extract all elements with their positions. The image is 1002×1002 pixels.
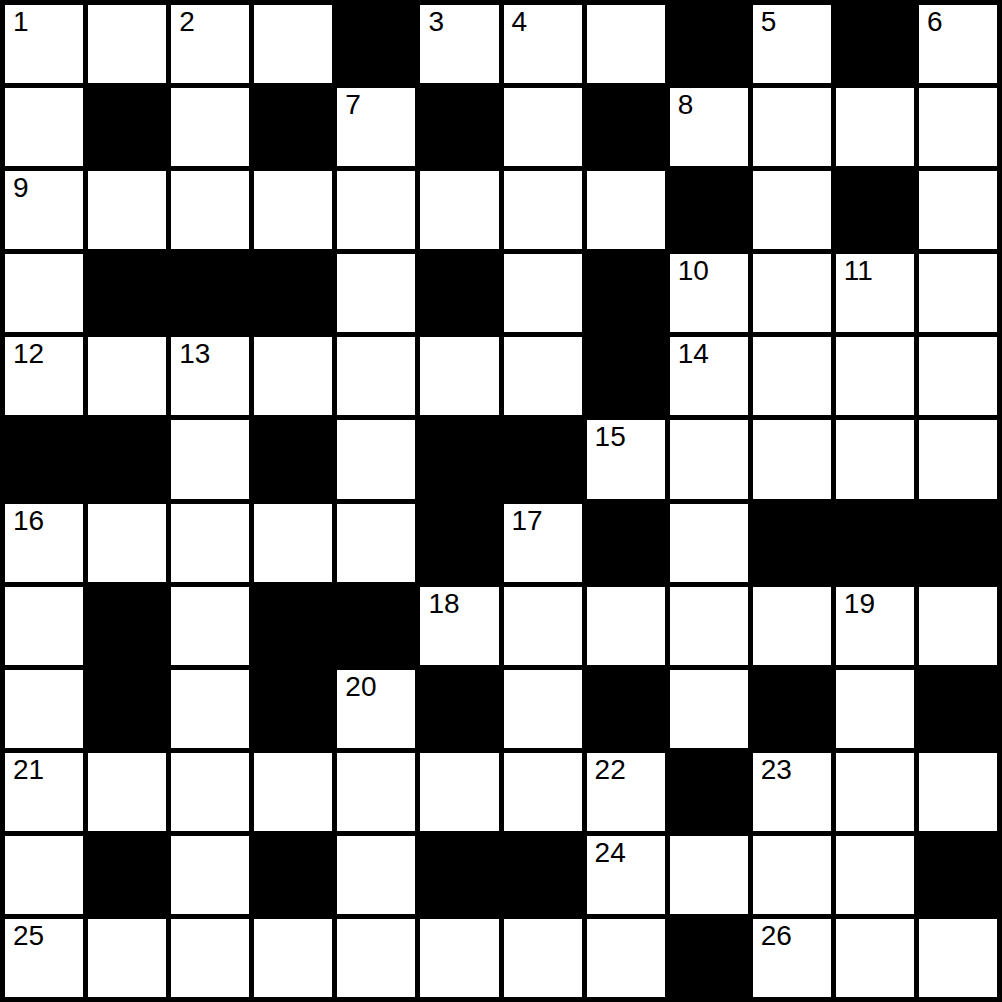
letter-cell-r5c7[interactable]: 15 (587, 420, 665, 498)
block-cell-r5c6 (504, 420, 582, 498)
letter-cell-r0c0[interactable]: 1 (5, 5, 83, 83)
letter-cell-r9c1[interactable] (88, 753, 166, 831)
letter-cell-r5c4[interactable] (337, 420, 415, 498)
letter-cell-r8c0[interactable] (5, 670, 83, 748)
letter-cell-r9c11[interactable] (919, 753, 997, 831)
letter-cell-r6c3[interactable] (254, 504, 332, 582)
letter-cell-r11c11[interactable] (919, 919, 997, 997)
letter-cell-r2c11[interactable] (919, 171, 997, 249)
block-cell-r2c10 (836, 171, 914, 249)
letter-cell-r0c1[interactable] (88, 5, 166, 83)
clue-number: 24 (595, 838, 626, 867)
letter-cell-r4c5[interactable] (420, 337, 498, 415)
block-cell-r8c1 (88, 670, 166, 748)
clue-number: 16 (13, 506, 44, 535)
clue-number: 18 (428, 589, 459, 618)
letter-cell-r0c11[interactable]: 6 (919, 5, 997, 83)
letter-cell-r2c4[interactable] (337, 171, 415, 249)
letter-cell-r7c0[interactable] (5, 587, 83, 665)
block-cell-r11c8 (670, 919, 748, 997)
letter-cell-r6c6[interactable]: 17 (504, 504, 582, 582)
clue-number: 15 (595, 422, 626, 451)
letter-cell-r0c5[interactable]: 3 (420, 5, 498, 83)
block-cell-r0c4 (337, 5, 415, 83)
clue-number: 21 (13, 755, 44, 784)
letter-cell-r4c4[interactable] (337, 337, 415, 415)
letter-cell-r4c3[interactable] (254, 337, 332, 415)
letter-cell-r9c7[interactable]: 22 (587, 753, 665, 831)
letter-cell-r10c10[interactable] (836, 836, 914, 914)
clue-number: 8 (678, 90, 694, 119)
clue-number: 25 (13, 921, 44, 950)
letter-cell-r11c5[interactable] (420, 919, 498, 997)
letter-cell-r11c6[interactable] (504, 919, 582, 997)
block-cell-r8c5 (420, 670, 498, 748)
block-cell-r10c1 (88, 836, 166, 914)
block-cell-r7c4 (337, 587, 415, 665)
clue-number: 2 (179, 7, 195, 36)
clue-number: 1 (13, 7, 29, 36)
letter-cell-r9c10[interactable] (836, 753, 914, 831)
letter-cell-r0c3[interactable] (254, 5, 332, 83)
letter-cell-r0c7[interactable] (587, 5, 665, 83)
letter-cell-r7c10[interactable]: 19 (836, 587, 914, 665)
letter-cell-r10c0[interactable] (5, 836, 83, 914)
letter-cell-r6c8[interactable] (670, 504, 748, 582)
block-cell-r1c7 (587, 88, 665, 166)
block-cell-r3c3 (254, 254, 332, 332)
block-cell-r9c8 (670, 753, 748, 831)
letter-cell-r9c5[interactable] (420, 753, 498, 831)
letter-cell-r11c3[interactable] (254, 919, 332, 997)
clue-number: 6 (927, 7, 943, 36)
clue-number: 9 (13, 173, 29, 202)
clue-number: 19 (844, 589, 875, 618)
clue-number: 3 (428, 7, 444, 36)
letter-cell-r3c10[interactable]: 11 (836, 254, 914, 332)
block-cell-r6c7 (587, 504, 665, 582)
block-cell-r3c7 (587, 254, 665, 332)
letter-cell-r8c6[interactable] (504, 670, 582, 748)
block-cell-r4c7 (587, 337, 665, 415)
letter-cell-r1c6[interactable] (504, 88, 582, 166)
letter-cell-r2c2[interactable] (171, 171, 249, 249)
letter-cell-r8c4[interactable]: 20 (337, 670, 415, 748)
letter-cell-r1c8[interactable]: 8 (670, 88, 748, 166)
block-cell-r8c9 (753, 670, 831, 748)
letter-cell-r5c2[interactable] (171, 420, 249, 498)
letter-cell-r11c10[interactable] (836, 919, 914, 997)
letter-cell-r5c11[interactable] (919, 420, 997, 498)
letter-cell-r5c10[interactable] (836, 420, 914, 498)
letter-cell-r11c0[interactable]: 25 (5, 919, 83, 997)
clue-number: 26 (761, 921, 792, 950)
clue-number: 14 (678, 339, 709, 368)
letter-cell-r5c9[interactable] (753, 420, 831, 498)
letter-cell-r6c2[interactable] (171, 504, 249, 582)
letter-cell-r7c5[interactable]: 18 (420, 587, 498, 665)
block-cell-r0c8 (670, 5, 748, 83)
letter-cell-r6c4[interactable] (337, 504, 415, 582)
letter-cell-r7c9[interactable] (753, 587, 831, 665)
letter-cell-r3c6[interactable] (504, 254, 582, 332)
block-cell-r1c3 (254, 88, 332, 166)
letter-cell-r4c8[interactable]: 14 (670, 337, 748, 415)
letter-cell-r2c9[interactable] (753, 171, 831, 249)
letter-cell-r4c0[interactable]: 12 (5, 337, 83, 415)
letter-cell-r11c4[interactable] (337, 919, 415, 997)
letter-cell-r11c7[interactable] (587, 919, 665, 997)
letter-cell-r8c10[interactable] (836, 670, 914, 748)
block-cell-r8c7 (587, 670, 665, 748)
letter-cell-r7c7[interactable] (587, 587, 665, 665)
block-cell-r8c3 (254, 670, 332, 748)
letter-cell-r11c2[interactable] (171, 919, 249, 997)
block-cell-r5c5 (420, 420, 498, 498)
clue-number: 23 (761, 755, 792, 784)
block-cell-r6c5 (420, 504, 498, 582)
clue-number: 4 (512, 7, 528, 36)
block-cell-r1c5 (420, 88, 498, 166)
letter-cell-r0c2[interactable]: 2 (171, 5, 249, 83)
letter-cell-r1c2[interactable] (171, 88, 249, 166)
block-cell-r6c9 (753, 504, 831, 582)
letter-cell-r8c2[interactable] (171, 670, 249, 748)
letter-cell-r0c9[interactable]: 5 (753, 5, 831, 83)
letter-cell-r2c6[interactable] (504, 171, 582, 249)
block-cell-r1c1 (88, 88, 166, 166)
letter-cell-r4c2[interactable]: 13 (171, 337, 249, 415)
block-cell-r2c8 (670, 171, 748, 249)
letter-cell-r10c7[interactable]: 24 (587, 836, 665, 914)
block-cell-r5c3 (254, 420, 332, 498)
clue-number: 5 (761, 7, 777, 36)
clue-number: 17 (512, 506, 543, 535)
letter-cell-r10c9[interactable] (753, 836, 831, 914)
block-cell-r10c6 (504, 836, 582, 914)
letter-cell-r1c0[interactable] (5, 88, 83, 166)
block-cell-r8c11 (919, 670, 997, 748)
letter-cell-r9c2[interactable] (171, 753, 249, 831)
block-cell-r3c1 (88, 254, 166, 332)
block-cell-r10c5 (420, 836, 498, 914)
clue-number: 22 (595, 755, 626, 784)
letter-cell-r9c0[interactable]: 21 (5, 753, 83, 831)
letter-cell-r10c8[interactable] (670, 836, 748, 914)
block-cell-r5c1 (88, 420, 166, 498)
block-cell-r6c11 (919, 504, 997, 582)
letter-cell-r2c1[interactable] (88, 171, 166, 249)
block-cell-r7c1 (88, 587, 166, 665)
block-cell-r3c2 (171, 254, 249, 332)
letter-cell-r4c6[interactable] (504, 337, 582, 415)
letter-cell-r10c2[interactable] (171, 836, 249, 914)
letter-cell-r7c8[interactable] (670, 587, 748, 665)
crossword-grid: 1234567891011121314151617181920212223242… (0, 0, 1002, 1002)
letter-cell-r3c0[interactable] (5, 254, 83, 332)
letter-cell-r2c5[interactable] (420, 171, 498, 249)
letter-cell-r7c11[interactable] (919, 587, 997, 665)
block-cell-r6c10 (836, 504, 914, 582)
letter-cell-r0c6[interactable]: 4 (504, 5, 582, 83)
clue-number: 20 (345, 672, 376, 701)
clue-number: 12 (13, 339, 44, 368)
letter-cell-r1c11[interactable] (919, 88, 997, 166)
block-cell-r10c11 (919, 836, 997, 914)
letter-cell-r1c4[interactable]: 7 (337, 88, 415, 166)
letter-cell-r7c2[interactable] (171, 587, 249, 665)
block-cell-r0c10 (836, 5, 914, 83)
clue-number: 13 (179, 339, 210, 368)
letter-cell-r3c4[interactable] (337, 254, 415, 332)
letter-cell-r9c4[interactable] (337, 753, 415, 831)
letter-cell-r9c6[interactable] (504, 753, 582, 831)
letter-cell-r3c8[interactable]: 10 (670, 254, 748, 332)
letter-cell-r9c3[interactable] (254, 753, 332, 831)
letter-cell-r5c8[interactable] (670, 420, 748, 498)
letter-cell-r4c10[interactable] (836, 337, 914, 415)
letter-cell-r2c7[interactable] (587, 171, 665, 249)
letter-cell-r8c8[interactable] (670, 670, 748, 748)
clue-number: 7 (345, 90, 361, 119)
letter-cell-r11c9[interactable]: 26 (753, 919, 831, 997)
clue-number: 11 (844, 256, 873, 285)
block-cell-r3c5 (420, 254, 498, 332)
block-cell-r5c0 (5, 420, 83, 498)
letter-cell-r2c0[interactable]: 9 (5, 171, 83, 249)
letter-cell-r6c0[interactable]: 16 (5, 504, 83, 582)
letter-cell-r9c9[interactable]: 23 (753, 753, 831, 831)
letter-cell-r4c11[interactable] (919, 337, 997, 415)
letter-cell-r4c9[interactable] (753, 337, 831, 415)
letter-cell-r11c1[interactable] (88, 919, 166, 997)
letter-cell-r3c9[interactable] (753, 254, 831, 332)
block-cell-r7c3 (254, 587, 332, 665)
letter-cell-r7c6[interactable] (504, 587, 582, 665)
letter-cell-r6c1[interactable] (88, 504, 166, 582)
clue-number: 10 (678, 256, 709, 285)
letter-cell-r10c4[interactable] (337, 836, 415, 914)
letter-cell-r2c3[interactable] (254, 171, 332, 249)
block-cell-r10c3 (254, 836, 332, 914)
letter-cell-r1c10[interactable] (836, 88, 914, 166)
letter-cell-r3c11[interactable] (919, 254, 997, 332)
letter-cell-r1c9[interactable] (753, 88, 831, 166)
letter-cell-r4c1[interactable] (88, 337, 166, 415)
